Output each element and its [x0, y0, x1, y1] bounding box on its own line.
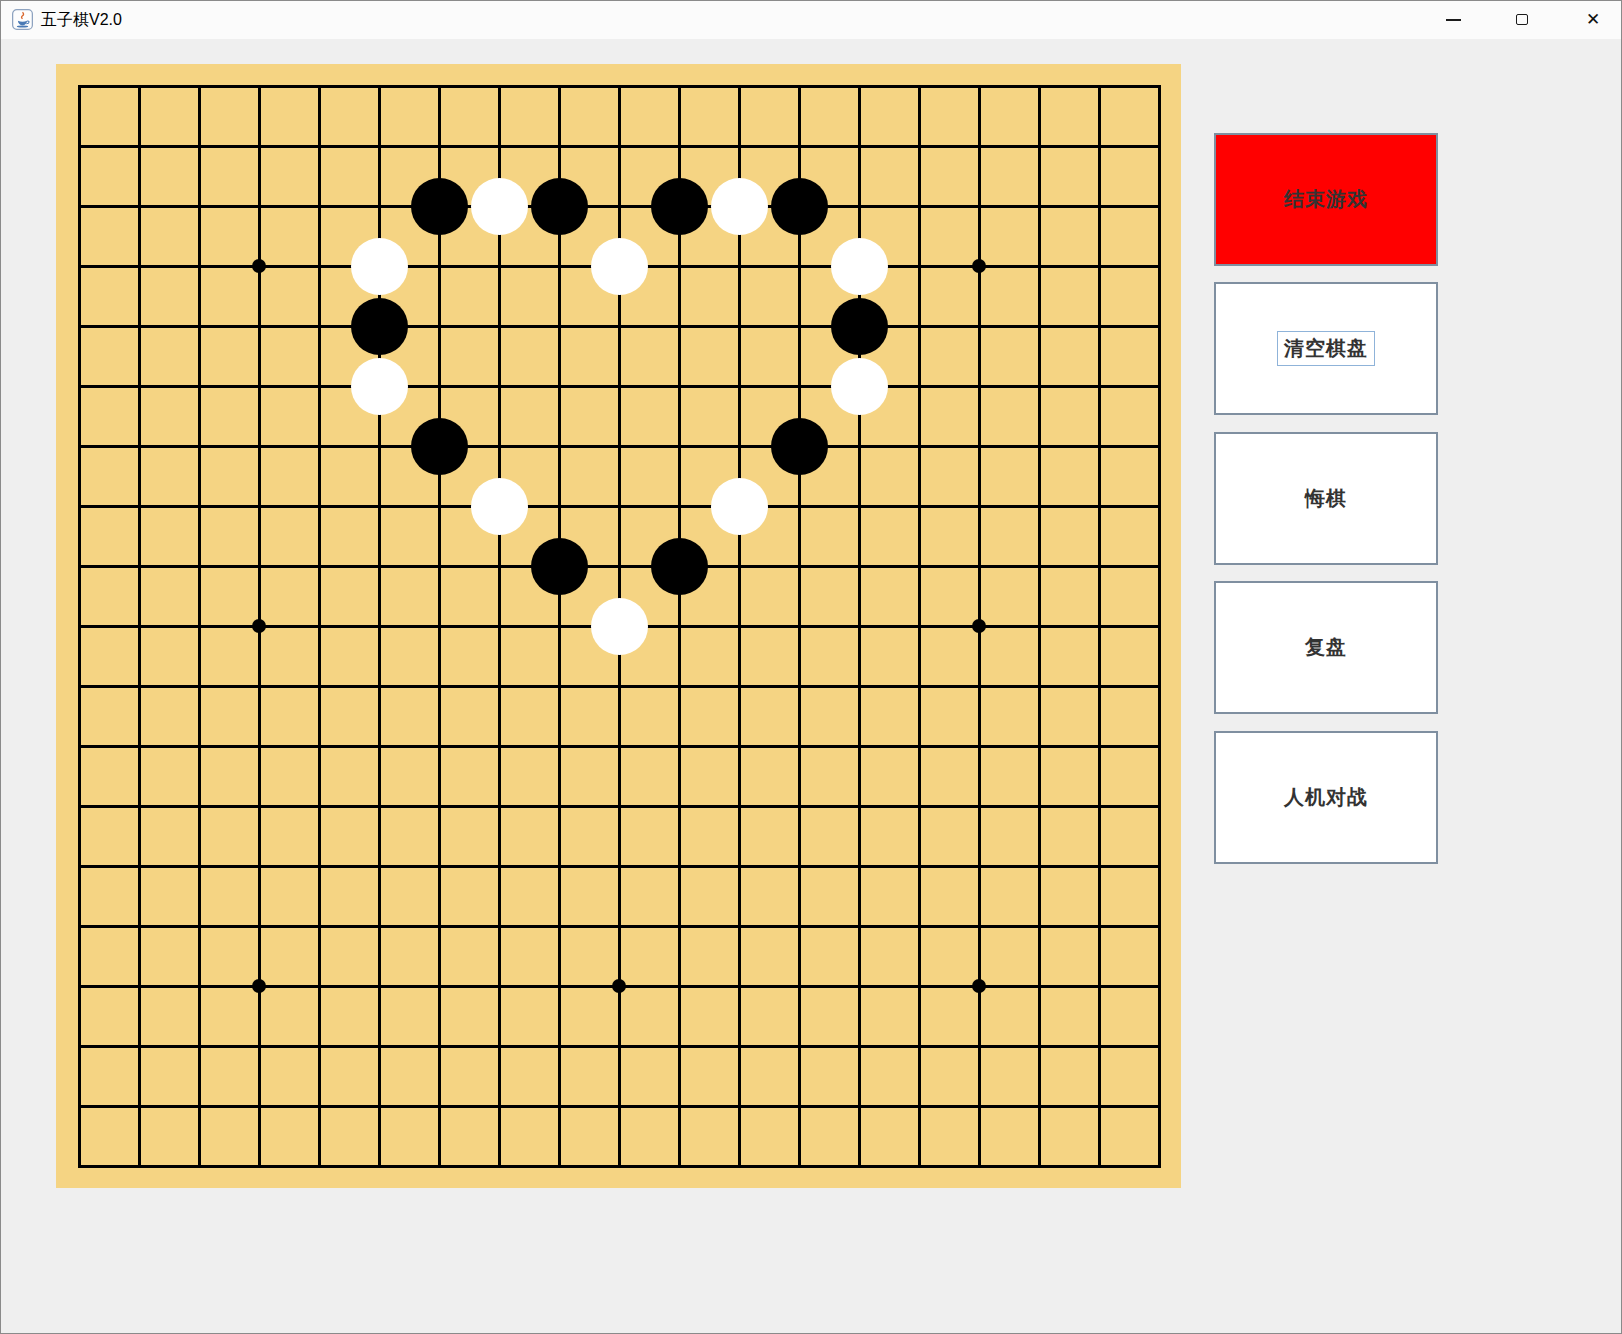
stone-white-M12 — [711, 478, 768, 535]
grid-line-vertical-18 — [1158, 85, 1161, 1168]
stone-white-F14 — [351, 358, 408, 415]
stone-black-G17 — [411, 178, 468, 235]
star-point — [252, 979, 266, 993]
grid-line-horizontal-17 — [78, 1105, 1161, 1108]
stone-black-J17 — [531, 178, 588, 235]
undo-button[interactable]: 悔棋 — [1214, 432, 1438, 565]
grid-line-horizontal-16 — [78, 1045, 1161, 1048]
button-label: 人机对战 — [1284, 784, 1368, 811]
button-panel: 结束游戏清空棋盘悔棋复盘人机对战 — [1214, 1, 1438, 1334]
window-title: 五子棋V2.0 — [41, 1, 122, 39]
minimize-icon — [1446, 19, 1461, 21]
button-label: 复盘 — [1305, 634, 1347, 661]
stone-white-K10 — [591, 598, 648, 655]
star-point — [972, 619, 986, 633]
app-window: 五子棋V2.0 ✕ 结束游戏清空棋盘悔棋复盘人机对战 — [0, 0, 1622, 1334]
stone-black-L11 — [651, 538, 708, 595]
java-app-icon — [12, 9, 33, 30]
grid-line-vertical-14 — [918, 85, 921, 1168]
stone-black-F15 — [351, 298, 408, 355]
grid-line-horizontal-14 — [78, 925, 1161, 928]
stone-black-N17 — [771, 178, 828, 235]
star-point — [972, 259, 986, 273]
grid-line-vertical-17 — [1098, 85, 1101, 1168]
replay-button[interactable]: 复盘 — [1214, 581, 1438, 714]
stone-white-O16 — [831, 238, 888, 295]
stone-white-O14 — [831, 358, 888, 415]
stone-white-H17 — [471, 178, 528, 235]
gomoku-board[interactable] — [56, 64, 1181, 1188]
stone-white-M17 — [711, 178, 768, 235]
grid-line-horizontal-18 — [78, 1165, 1161, 1168]
stone-black-L17 — [651, 178, 708, 235]
grid-line-horizontal-11 — [78, 745, 1161, 748]
star-point — [252, 259, 266, 273]
star-point — [252, 619, 266, 633]
ai-match-button[interactable]: 人机对战 — [1214, 731, 1438, 864]
star-point — [612, 979, 626, 993]
button-label: 结束游戏 — [1284, 186, 1368, 213]
close-button[interactable]: ✕ — [1570, 1, 1616, 38]
grid-line-horizontal-13 — [78, 865, 1161, 868]
grid-line-vertical-16 — [1038, 85, 1041, 1168]
stone-black-N13 — [771, 418, 828, 475]
stone-white-F16 — [351, 238, 408, 295]
button-label: 清空棋盘 — [1277, 331, 1375, 366]
stone-black-J11 — [531, 538, 588, 595]
grid-line-vertical-12 — [798, 85, 801, 1168]
grid-line-horizontal-12 — [78, 805, 1161, 808]
stone-black-G13 — [411, 418, 468, 475]
close-icon: ✕ — [1586, 11, 1600, 28]
button-label: 悔棋 — [1305, 485, 1347, 512]
stone-black-O15 — [831, 298, 888, 355]
grid-line-vertical-11 — [738, 85, 741, 1168]
stone-white-K16 — [591, 238, 648, 295]
maximize-button[interactable] — [1499, 1, 1545, 38]
grid-line-horizontal-10 — [78, 685, 1161, 688]
grid-line-vertical-10 — [678, 85, 681, 1168]
maximize-icon — [1516, 14, 1528, 25]
star-point — [972, 979, 986, 993]
end-game-button[interactable]: 结束游戏 — [1214, 133, 1438, 266]
clear-board-button[interactable]: 清空棋盘 — [1214, 282, 1438, 415]
stone-white-H12 — [471, 478, 528, 535]
